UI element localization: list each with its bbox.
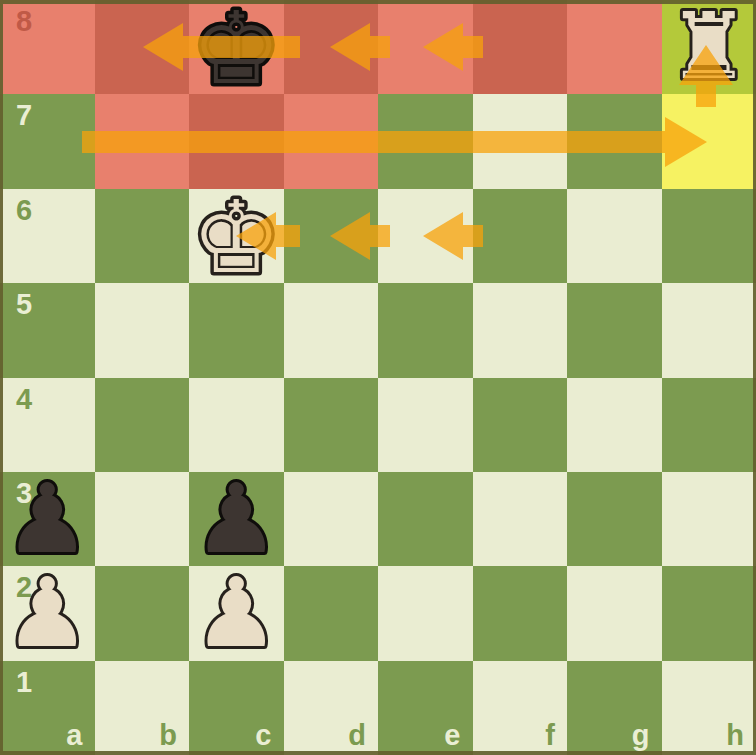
square-c2[interactable] — [189, 566, 284, 660]
square-a4[interactable]: 4 — [0, 378, 95, 472]
file-label-b: b — [159, 721, 177, 750]
square-h8[interactable] — [662, 0, 756, 94]
rank-label-5: 5 — [16, 290, 32, 319]
square-f5[interactable] — [473, 283, 568, 377]
square-h6[interactable] — [662, 189, 756, 283]
square-e4[interactable] — [378, 378, 473, 472]
square-e7[interactable] — [378, 94, 473, 188]
file-label-a: a — [66, 721, 82, 750]
rank-label-8: 8 — [16, 7, 32, 36]
square-e6[interactable] — [378, 189, 473, 283]
file-label-h: h — [726, 721, 744, 750]
square-b5[interactable] — [95, 283, 190, 377]
square-e2[interactable] — [378, 566, 473, 660]
file-label-f: f — [545, 721, 555, 750]
square-f3[interactable] — [473, 472, 568, 566]
square-c3[interactable] — [189, 472, 284, 566]
square-b2[interactable] — [95, 566, 190, 660]
square-a7[interactable]: 7 — [0, 94, 95, 188]
square-a6[interactable]: 6 — [0, 189, 95, 283]
square-h5[interactable] — [662, 283, 756, 377]
square-h2[interactable] — [662, 566, 756, 660]
rank-label-7: 7 — [16, 101, 32, 130]
rank-label-6: 6 — [16, 196, 32, 225]
square-a1[interactable]: 1a — [0, 661, 95, 755]
rank-label-3: 3 — [16, 479, 32, 508]
square-d1[interactable]: d — [284, 661, 379, 755]
square-e5[interactable] — [378, 283, 473, 377]
square-e3[interactable] — [378, 472, 473, 566]
square-d4[interactable] — [284, 378, 379, 472]
square-d2[interactable] — [284, 566, 379, 660]
square-h7[interactable] — [662, 94, 756, 188]
square-h1[interactable]: h — [662, 661, 756, 755]
square-b8[interactable] — [95, 0, 190, 94]
square-f8[interactable] — [473, 0, 568, 94]
square-c6[interactable] — [189, 189, 284, 283]
square-g3[interactable] — [567, 472, 662, 566]
square-b6[interactable] — [95, 189, 190, 283]
square-c1[interactable]: c — [189, 661, 284, 755]
square-h3[interactable] — [662, 472, 756, 566]
square-b1[interactable]: b — [95, 661, 190, 755]
square-c7[interactable] — [189, 94, 284, 188]
square-d8[interactable] — [284, 0, 379, 94]
file-label-e: e — [444, 721, 460, 750]
square-b3[interactable] — [95, 472, 190, 566]
rank-label-2: 2 — [16, 573, 32, 602]
square-g6[interactable] — [567, 189, 662, 283]
rank-label-1: 1 — [16, 668, 32, 697]
square-b7[interactable] — [95, 94, 190, 188]
square-c4[interactable] — [189, 378, 284, 472]
square-d5[interactable] — [284, 283, 379, 377]
square-d7[interactable] — [284, 94, 379, 188]
square-f1[interactable]: f — [473, 661, 568, 755]
square-g8[interactable] — [567, 0, 662, 94]
square-a3[interactable]: 3 — [0, 472, 95, 566]
file-label-d: d — [348, 721, 366, 750]
square-c8[interactable] — [189, 0, 284, 94]
square-f6[interactable] — [473, 189, 568, 283]
file-label-c: c — [255, 721, 271, 750]
square-g7[interactable] — [567, 94, 662, 188]
square-d6[interactable] — [284, 189, 379, 283]
board-squares: 87654321abcdefgh — [0, 0, 756, 755]
square-g5[interactable] — [567, 283, 662, 377]
square-g2[interactable] — [567, 566, 662, 660]
square-b4[interactable] — [95, 378, 190, 472]
square-g1[interactable]: g — [567, 661, 662, 755]
square-g4[interactable] — [567, 378, 662, 472]
square-e8[interactable] — [378, 0, 473, 94]
square-f7[interactable] — [473, 94, 568, 188]
square-f2[interactable] — [473, 566, 568, 660]
square-f4[interactable] — [473, 378, 568, 472]
square-a2[interactable]: 2 — [0, 566, 95, 660]
rank-label-4: 4 — [16, 385, 32, 414]
file-label-g: g — [632, 721, 650, 750]
square-c5[interactable] — [189, 283, 284, 377]
square-a5[interactable]: 5 — [0, 283, 95, 377]
square-d3[interactable] — [284, 472, 379, 566]
square-e1[interactable]: e — [378, 661, 473, 755]
chess-board: 87654321abcdefgh ♚♜♚♟♟♟♟ — [0, 0, 756, 755]
square-h4[interactable] — [662, 378, 756, 472]
square-a8[interactable]: 8 — [0, 0, 95, 94]
